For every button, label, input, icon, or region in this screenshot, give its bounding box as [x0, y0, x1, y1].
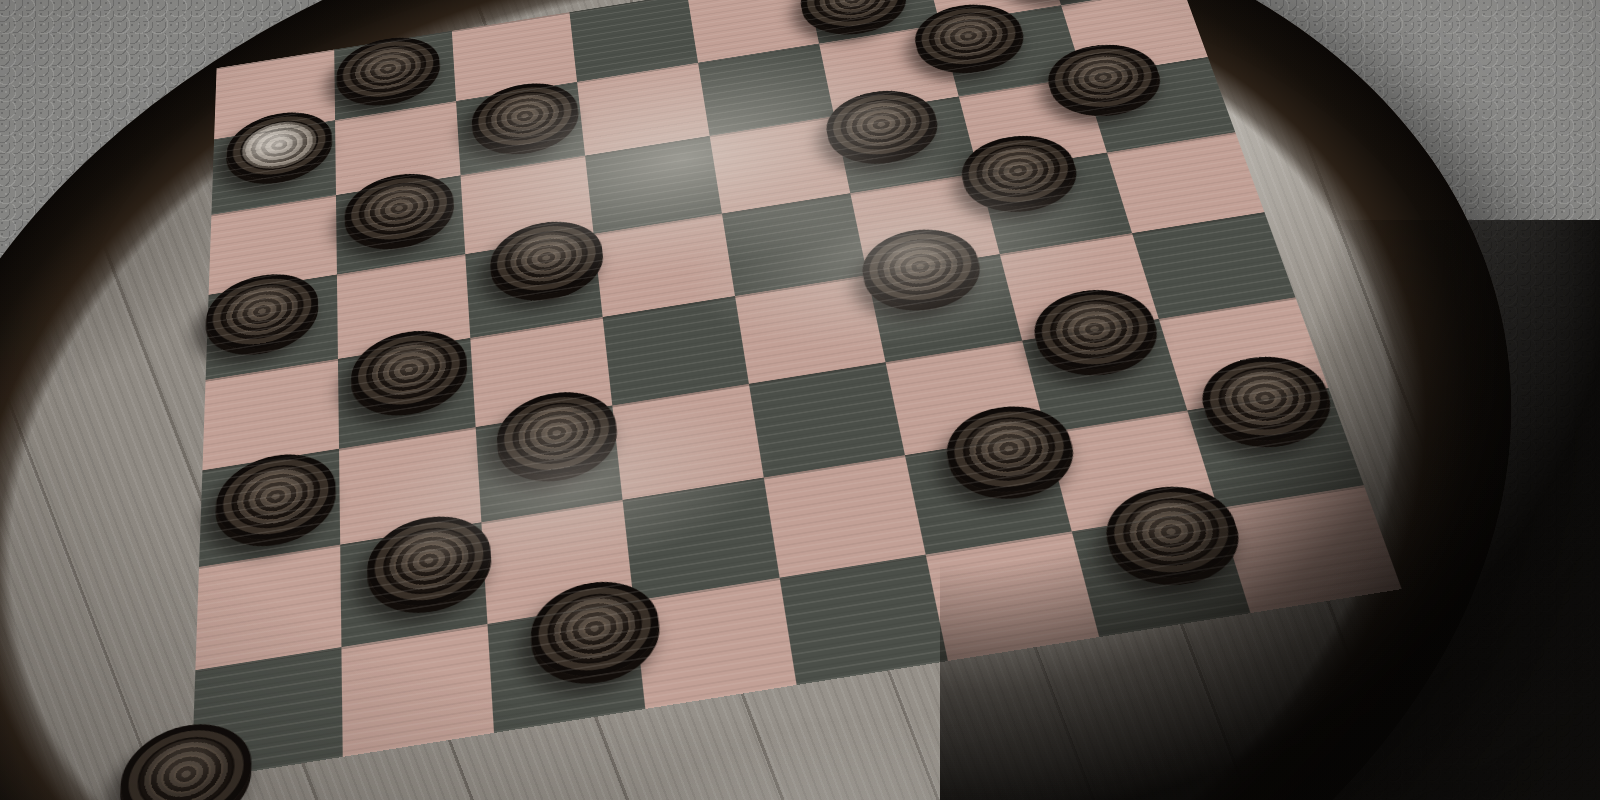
photo-scene [0, 0, 1600, 800]
board-square[interactable] [780, 555, 948, 685]
board-plane [191, 0, 1401, 781]
board-square[interactable] [926, 531, 1100, 661]
checker-piece[interactable] [336, 31, 441, 108]
board-square[interactable] [341, 624, 494, 757]
checkers-board[interactable] [191, 0, 1401, 781]
board-perspective-wrap [122, 0, 1348, 800]
board-square[interactable] [1072, 508, 1251, 637]
board-square[interactable] [634, 578, 797, 709]
board-square[interactable] [487, 601, 645, 733]
